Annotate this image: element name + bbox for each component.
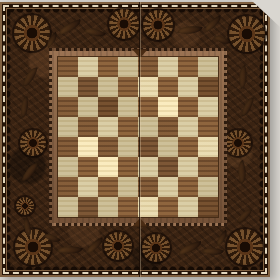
square-e2[interactable] bbox=[138, 177, 158, 197]
square-d8[interactable] bbox=[118, 57, 138, 77]
square-h7[interactable] bbox=[198, 77, 218, 97]
square-b1[interactable] bbox=[78, 197, 98, 217]
square-g2[interactable] bbox=[178, 177, 198, 197]
square-f5[interactable] bbox=[158, 117, 178, 137]
square-g6[interactable] bbox=[178, 97, 198, 117]
square-a2[interactable] bbox=[58, 177, 78, 197]
square-a6[interactable] bbox=[58, 97, 78, 117]
square-b7[interactable] bbox=[78, 77, 98, 97]
square-d4[interactable] bbox=[118, 137, 138, 157]
square-c1[interactable] bbox=[98, 197, 118, 217]
square-c4[interactable] bbox=[98, 137, 118, 157]
square-f8[interactable] bbox=[158, 57, 178, 77]
board-fold-seam bbox=[139, 2, 141, 277]
square-b5[interactable] bbox=[78, 117, 98, 137]
square-h2[interactable] bbox=[198, 177, 218, 197]
square-d5[interactable] bbox=[118, 117, 138, 137]
square-d1[interactable] bbox=[118, 197, 138, 217]
square-b8[interactable] bbox=[78, 57, 98, 77]
rosette-carving bbox=[142, 234, 170, 262]
square-c7[interactable] bbox=[98, 77, 118, 97]
square-e6[interactable] bbox=[138, 97, 158, 117]
scallop-trim-bottom bbox=[7, 264, 263, 270]
square-f6[interactable] bbox=[158, 97, 178, 117]
square-e1[interactable] bbox=[138, 197, 158, 217]
square-e3[interactable] bbox=[138, 157, 158, 177]
rosette-carving bbox=[14, 15, 50, 51]
chess-board bbox=[0, 2, 270, 277]
square-a5[interactable] bbox=[58, 117, 78, 137]
rosette-carving bbox=[229, 16, 265, 52]
square-d7[interactable] bbox=[118, 77, 138, 97]
square-a8[interactable] bbox=[58, 57, 78, 77]
square-a4[interactable] bbox=[58, 137, 78, 157]
square-h3[interactable] bbox=[198, 157, 218, 177]
square-b4[interactable] bbox=[78, 137, 98, 157]
square-g1[interactable] bbox=[178, 197, 198, 217]
square-d3[interactable] bbox=[118, 157, 138, 177]
square-c2[interactable] bbox=[98, 177, 118, 197]
square-g3[interactable] bbox=[178, 157, 198, 177]
square-c8[interactable] bbox=[98, 57, 118, 77]
rosette-carving bbox=[143, 10, 173, 40]
square-a1[interactable] bbox=[58, 197, 78, 217]
rosette-carving bbox=[109, 9, 139, 39]
square-g4[interactable] bbox=[178, 137, 198, 157]
rosette-carving bbox=[104, 232, 132, 260]
square-c5[interactable] bbox=[98, 117, 118, 137]
rosette-carving bbox=[225, 130, 251, 156]
scallop-trim-left bbox=[7, 9, 13, 270]
rosette-carving bbox=[20, 130, 46, 156]
rosette-carving bbox=[16, 197, 34, 215]
square-b2[interactable] bbox=[78, 177, 98, 197]
square-e5[interactable] bbox=[138, 117, 158, 137]
square-f2[interactable] bbox=[158, 177, 178, 197]
square-e8[interactable] bbox=[138, 57, 158, 77]
square-f3[interactable] bbox=[158, 157, 178, 177]
photo-background bbox=[0, 0, 280, 280]
rosette-carving bbox=[227, 229, 263, 265]
square-f4[interactable] bbox=[158, 137, 178, 157]
square-h4[interactable] bbox=[198, 137, 218, 157]
chess-board-squares bbox=[58, 57, 218, 217]
square-g8[interactable] bbox=[178, 57, 198, 77]
square-f7[interactable] bbox=[158, 77, 178, 97]
square-d2[interactable] bbox=[118, 177, 138, 197]
square-b3[interactable] bbox=[78, 157, 98, 177]
square-h6[interactable] bbox=[198, 97, 218, 117]
square-c3[interactable] bbox=[98, 157, 118, 177]
square-d6[interactable] bbox=[118, 97, 138, 117]
square-e7[interactable] bbox=[138, 77, 158, 97]
square-h5[interactable] bbox=[198, 117, 218, 137]
square-h1[interactable] bbox=[198, 197, 218, 217]
square-h8[interactable] bbox=[198, 57, 218, 77]
square-g5[interactable] bbox=[178, 117, 198, 137]
square-g7[interactable] bbox=[178, 77, 198, 97]
square-b6[interactable] bbox=[78, 97, 98, 117]
square-e4[interactable] bbox=[138, 137, 158, 157]
square-c6[interactable] bbox=[98, 97, 118, 117]
square-f1[interactable] bbox=[158, 197, 178, 217]
square-a7[interactable] bbox=[58, 77, 78, 97]
square-a3[interactable] bbox=[58, 157, 78, 177]
